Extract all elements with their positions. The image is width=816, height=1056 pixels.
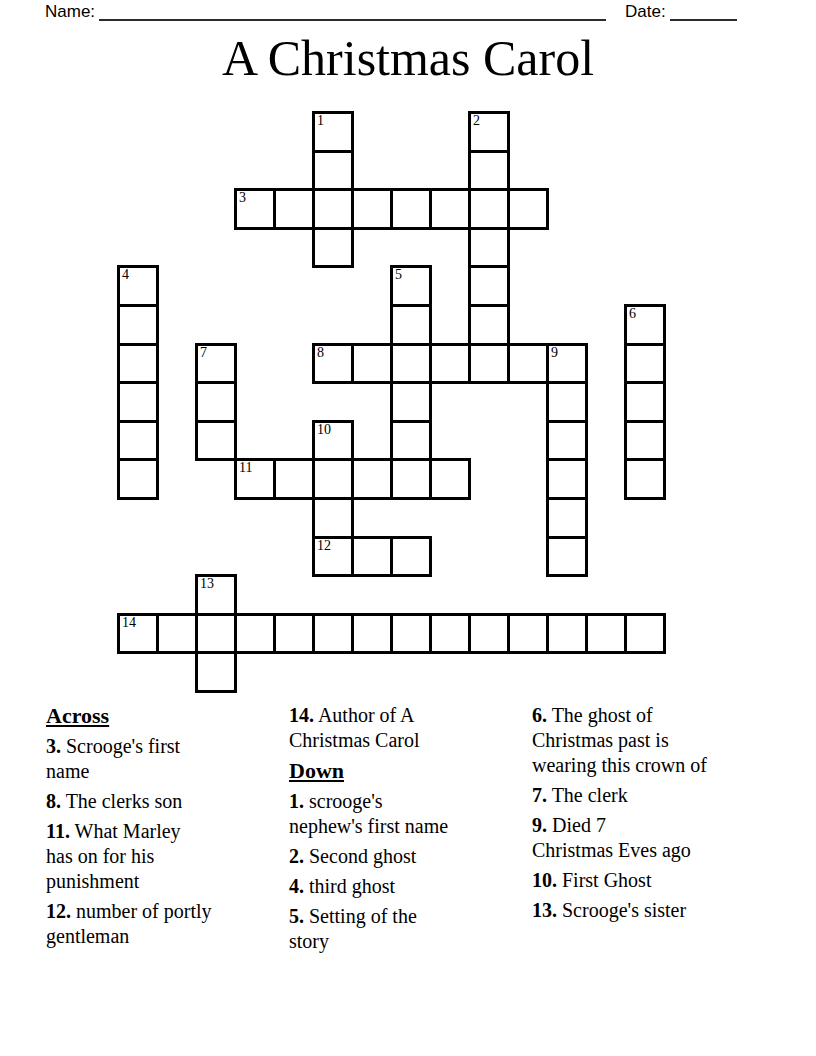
cell-number: 3 — [239, 190, 246, 205]
cell-number: 4 — [122, 267, 129, 282]
cell-number: 7 — [200, 345, 207, 360]
crossword-cell[interactable] — [429, 188, 471, 230]
cell-number: 12 — [317, 538, 331, 553]
crossword-cell[interactable] — [468, 227, 510, 269]
crossword-cell[interactable] — [390, 613, 432, 655]
clue-across-3: 3. Scrooge's first name — [46, 734, 281, 784]
crossword-cell[interactable] — [312, 497, 354, 539]
crossword-cell[interactable] — [624, 343, 666, 385]
cell-number: 13 — [200, 576, 214, 591]
crossword-cell[interactable] — [546, 458, 588, 500]
crossword-cell[interactable]: 4 — [117, 265, 159, 307]
crossword-cell[interactable] — [234, 613, 276, 655]
crossword-cell[interactable] — [468, 343, 510, 385]
crossword-cell[interactable] — [624, 613, 666, 655]
crossword-cell[interactable] — [507, 343, 549, 385]
clue-down-10: 10. First Ghost — [532, 868, 774, 893]
clue-across-11: 11. What Marley has on for his punishmen… — [46, 819, 281, 894]
crossword-cell[interactable]: 6 — [624, 304, 666, 346]
clue-across-12: 12. number of portly gentleman — [46, 899, 281, 949]
clue-down-5: 5. Setting of the story — [289, 904, 524, 954]
crossword-cell[interactable]: 14 — [117, 613, 159, 655]
crossword-cell[interactable] — [156, 613, 198, 655]
crossword-cell[interactable] — [117, 420, 159, 462]
crossword-cell[interactable] — [390, 381, 432, 423]
crossword-cell[interactable]: 5 — [390, 265, 432, 307]
crossword-cell[interactable]: 9 — [546, 343, 588, 385]
cell-number: 14 — [122, 615, 136, 630]
clue-header-across: Across — [46, 703, 281, 728]
crossword-cell[interactable] — [351, 343, 393, 385]
crossword-cell[interactable] — [312, 613, 354, 655]
crossword-cell[interactable] — [468, 613, 510, 655]
crossword-cell[interactable] — [351, 613, 393, 655]
crossword-cell[interactable] — [195, 420, 237, 462]
clue-down-6: 6. The ghost of Christmas past is wearin… — [532, 703, 774, 778]
crossword-cell[interactable] — [390, 343, 432, 385]
crossword-cell[interactable] — [468, 188, 510, 230]
crossword-cell[interactable] — [468, 265, 510, 307]
clue-down-7: 7. The clerk — [532, 783, 774, 808]
crossword-cell[interactable] — [468, 150, 510, 192]
crossword-cell[interactable]: 3 — [234, 188, 276, 230]
puzzle-title: A Christmas Carol — [0, 30, 816, 86]
crossword-cell[interactable] — [585, 613, 627, 655]
crossword-cell[interactable] — [117, 381, 159, 423]
crossword-cell[interactable] — [429, 458, 471, 500]
crossword-cell[interactable] — [312, 188, 354, 230]
cell-number: 9 — [551, 345, 558, 360]
crossword-cell[interactable] — [117, 458, 159, 500]
crossword-cell[interactable] — [624, 458, 666, 500]
crossword-cell[interactable] — [507, 188, 549, 230]
crossword-cell[interactable] — [546, 536, 588, 578]
crossword-cell[interactable] — [390, 188, 432, 230]
name-label: Name: — [45, 2, 95, 22]
clue-down-4: 4. third ghost — [289, 874, 524, 899]
crossword-cell[interactable] — [624, 420, 666, 462]
name-field[interactable] — [99, 0, 606, 21]
clue-column: Across3. Scrooge's first name8. The cler… — [46, 703, 281, 954]
crossword-cell[interactable] — [624, 381, 666, 423]
crossword-cell[interactable]: 10 — [312, 420, 354, 462]
cell-number: 8 — [317, 345, 324, 360]
crossword-cell[interactable] — [195, 651, 237, 693]
crossword-grid: 1234567891011121314 — [117, 111, 666, 693]
crossword-cell[interactable] — [390, 458, 432, 500]
crossword-cell[interactable] — [390, 420, 432, 462]
crossword-cell[interactable] — [117, 343, 159, 385]
crossword-cell[interactable]: 2 — [468, 111, 510, 153]
crossword-cell[interactable] — [273, 458, 315, 500]
clue-column: 6. The ghost of Christmas past is wearin… — [532, 703, 774, 928]
crossword-cell[interactable] — [351, 458, 393, 500]
cell-number: 11 — [239, 460, 252, 475]
date-label: Date: — [625, 2, 666, 22]
crossword-cell[interactable] — [351, 188, 393, 230]
clue-down-2: 2. Second ghost — [289, 844, 524, 869]
cell-number: 1 — [317, 113, 324, 128]
crossword-cell[interactable] — [312, 227, 354, 269]
crossword-cell[interactable] — [273, 613, 315, 655]
crossword-cell[interactable]: 11 — [234, 458, 276, 500]
clue-down-9: 9. Died 7 Christmas Eves ago — [532, 813, 774, 863]
crossword-cell[interactable] — [117, 304, 159, 346]
crossword-cell[interactable] — [507, 613, 549, 655]
crossword-cell[interactable] — [429, 343, 471, 385]
clue-across-14: 14. Author of A Christmas Carol — [289, 703, 524, 753]
crossword-cell[interactable] — [312, 458, 354, 500]
crossword-cell[interactable] — [429, 613, 471, 655]
worksheet-page: Name: Date: A Christmas Carol 1234567891… — [0, 0, 816, 1056]
crossword-cell[interactable] — [468, 304, 510, 346]
crossword-cell[interactable]: 12 — [312, 536, 354, 578]
crossword-cell[interactable] — [195, 613, 237, 655]
clue-header-down: Down — [289, 758, 524, 783]
crossword-cell[interactable] — [390, 304, 432, 346]
cell-number: 6 — [629, 306, 636, 321]
clue-across-8: 8. The clerks son — [46, 789, 281, 814]
crossword-cell[interactable]: 1 — [312, 111, 354, 153]
crossword-cell[interactable] — [546, 613, 588, 655]
crossword-cell[interactable] — [546, 381, 588, 423]
clue-down-13: 13. Scrooge's sister — [532, 898, 774, 923]
cell-number: 2 — [473, 113, 480, 128]
crossword-cell[interactable] — [195, 381, 237, 423]
crossword-cell[interactable] — [312, 150, 354, 192]
cell-number: 5 — [395, 267, 402, 282]
crossword-cell[interactable] — [546, 420, 588, 462]
crossword-cell[interactable] — [273, 188, 315, 230]
crossword-cell[interactable]: 7 — [195, 343, 237, 385]
date-field[interactable] — [670, 0, 737, 21]
crossword-cell[interactable] — [390, 536, 432, 578]
crossword-cell[interactable] — [546, 497, 588, 539]
crossword-cell[interactable] — [351, 536, 393, 578]
cell-number: 10 — [317, 422, 331, 437]
clue-column: 14. Author of A Christmas CarolDown1. sc… — [289, 703, 524, 959]
clue-down-1: 1. scrooge's nephew's first name — [289, 789, 524, 839]
crossword-cell[interactable]: 13 — [195, 574, 237, 616]
crossword-cell[interactable]: 8 — [312, 343, 354, 385]
